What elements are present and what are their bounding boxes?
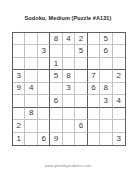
- sudoku-cell-r6c9[interactable]: 4: [113, 95, 125, 107]
- sudoku-cell-r5c4[interactable]: [50, 83, 62, 95]
- sudoku-cell-r6c8[interactable]: 3: [100, 95, 112, 107]
- sudoku-cell-r4c9[interactable]: 2: [113, 70, 125, 82]
- sudoku-cell-r4c6[interactable]: [75, 70, 87, 82]
- sudoku-cell-r9c7[interactable]: [88, 133, 100, 145]
- sudoku-cell-r8c3[interactable]: [38, 120, 50, 132]
- sudoku-cell-r8c5[interactable]: [63, 120, 75, 132]
- sudoku-cell-r6c3[interactable]: [38, 95, 50, 107]
- sudoku-cell-r4c2[interactable]: [25, 70, 37, 82]
- sudoku-cell-r4c8[interactable]: [100, 70, 112, 82]
- sudoku-cell-r8c8[interactable]: [100, 120, 112, 132]
- sudoku-cell-r4c7[interactable]: 7: [88, 70, 100, 82]
- sudoku-cell-r1c6[interactable]: 2: [75, 33, 87, 45]
- sudoku-cell-r1c2[interactable]: [25, 33, 37, 45]
- sudoku-cell-r9c2[interactable]: [25, 133, 37, 145]
- sudoku-cell-r3c5[interactable]: [63, 58, 75, 70]
- sudoku-cell-r6c7[interactable]: [88, 95, 100, 107]
- sudoku-cell-r1c8[interactable]: 5: [100, 33, 112, 45]
- sudoku-cell-r2c2[interactable]: [25, 45, 37, 57]
- sudoku-cell-r9c9[interactable]: 3: [113, 133, 125, 145]
- sudoku-cell-r6c4[interactable]: 6: [50, 95, 62, 107]
- sudoku-cell-r7c6[interactable]: [75, 108, 87, 120]
- sudoku-cell-r5c5[interactable]: 3: [63, 83, 75, 95]
- sudoku-cell-r2c7[interactable]: [88, 45, 100, 57]
- sudoku-cell-r7c8[interactable]: [100, 108, 112, 120]
- sudoku-cell-r2c8[interactable]: 6: [100, 45, 112, 57]
- sudoku-cell-r3c2[interactable]: [25, 58, 37, 70]
- sudoku-cell-r9c6[interactable]: [75, 133, 87, 145]
- sudoku-cell-r7c3[interactable]: [38, 108, 50, 120]
- sudoku-cell-r1c1[interactable]: [13, 33, 25, 45]
- sudoku-cell-r7c5[interactable]: [63, 108, 75, 120]
- sudoku-cell-r4c1[interactable]: 3: [13, 70, 25, 82]
- sudoku-cell-r1c5[interactable]: 4: [63, 33, 75, 45]
- sudoku-cell-r1c4[interactable]: 8: [50, 33, 62, 45]
- sudoku-cell-r7c4[interactable]: [50, 108, 62, 120]
- sudoku-cell-r2c6[interactable]: 5: [75, 45, 87, 57]
- sudoku-cell-r1c7[interactable]: [88, 33, 100, 45]
- sudoku-cell-r4c5[interactable]: 8: [63, 70, 75, 82]
- sudoku-cell-r9c1[interactable]: 1: [13, 133, 25, 145]
- sudoku-cell-r2c3[interactable]: 3: [38, 45, 50, 57]
- sudoku-cell-r3c4[interactable]: 1: [50, 58, 62, 70]
- sudoku-cell-r3c8[interactable]: [100, 58, 112, 70]
- sudoku-cell-r2c1[interactable]: [13, 45, 25, 57]
- sudoku-cell-r6c2[interactable]: [25, 95, 37, 107]
- puzzle-title: Sudoku, Medium (Puzzle #A131): [0, 15, 136, 21]
- sudoku-cell-r3c6[interactable]: [75, 58, 87, 70]
- sudoku-cell-r5c9[interactable]: [113, 83, 125, 95]
- sudoku-cell-r5c1[interactable]: 9: [13, 83, 25, 95]
- sudoku-cell-r7c7[interactable]: [88, 108, 100, 120]
- sudoku-cell-r8c6[interactable]: 6: [75, 120, 87, 132]
- sudoku-cell-r5c8[interactable]: 8: [100, 83, 112, 95]
- sudoku-cell-r3c7[interactable]: [88, 58, 100, 70]
- sudoku-cell-r8c9[interactable]: [113, 120, 125, 132]
- sudoku-cell-r9c8[interactable]: [100, 133, 112, 145]
- sudoku-cell-r4c3[interactable]: [38, 70, 50, 82]
- sudoku-cell-r9c3[interactable]: 6: [38, 133, 50, 145]
- sudoku-cell-r3c3[interactable]: [38, 58, 50, 70]
- sudoku-cell-r7c1[interactable]: [13, 108, 25, 120]
- sudoku-cell-r3c9[interactable]: [113, 58, 125, 70]
- sudoku-cell-r8c2[interactable]: [25, 120, 37, 132]
- sudoku-cell-r6c6[interactable]: [75, 95, 87, 107]
- sudoku-cell-r6c5[interactable]: [63, 95, 75, 107]
- sudoku-board: 8425356135872943686348261693: [12, 32, 126, 146]
- sudoku-cell-r8c1[interactable]: 2: [13, 120, 25, 132]
- sudoku-cell-r7c2[interactable]: 8: [25, 108, 37, 120]
- sudoku-cell-r5c6[interactable]: [75, 83, 87, 95]
- sudoku-cell-r9c4[interactable]: 9: [50, 133, 62, 145]
- sudoku-cell-r8c4[interactable]: [50, 120, 62, 132]
- sudoku-cell-r5c2[interactable]: 4: [25, 83, 37, 95]
- sudoku-cell-r7c9[interactable]: [113, 108, 125, 120]
- sudoku-cell-r2c5[interactable]: [63, 45, 75, 57]
- sudoku-cell-r4c4[interactable]: 5: [50, 70, 62, 82]
- sudoku-cell-r5c7[interactable]: 6: [88, 83, 100, 95]
- sudoku-cell-r2c9[interactable]: [113, 45, 125, 57]
- sudoku-cell-r1c9[interactable]: [113, 33, 125, 45]
- sudoku-cell-r2c4[interactable]: [50, 45, 62, 57]
- footer-url: www.printmysudoku.com: [0, 163, 136, 168]
- sudoku-page: Sudoku, Medium (Puzzle #A131) 8425356135…: [0, 0, 136, 176]
- sudoku-cell-r6c1[interactable]: [13, 95, 25, 107]
- sudoku-cell-r9c5[interactable]: [63, 133, 75, 145]
- sudoku-cell-r3c1[interactable]: [13, 58, 25, 70]
- sudoku-cell-r5c3[interactable]: [38, 83, 50, 95]
- sudoku-cell-r1c3[interactable]: [38, 33, 50, 45]
- sudoku-cell-r8c7[interactable]: [88, 120, 100, 132]
